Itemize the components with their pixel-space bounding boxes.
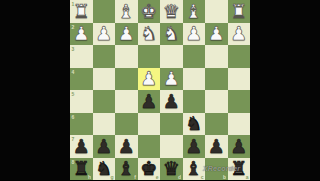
square-h4[interactable]: 4 — [70, 68, 93, 91]
square-c1[interactable]: ♝ — [183, 0, 206, 23]
square-d6[interactable] — [160, 113, 183, 136]
square-e1[interactable]: ♚ — [138, 0, 161, 23]
square-f1[interactable]: ♝ — [115, 0, 138, 23]
black-pawn[interactable]: ♟ — [115, 135, 138, 158]
file-label-d: d — [178, 174, 181, 180]
black-pawn[interactable]: ♟ — [70, 135, 93, 158]
square-a4[interactable] — [228, 68, 251, 91]
black-king[interactable]: ♚ — [138, 158, 161, 181]
square-h3[interactable]: 3 — [70, 45, 93, 68]
black-knight[interactable]: ♞ — [183, 113, 206, 136]
file-label-g: g — [110, 174, 113, 180]
black-rook[interactable]: ♜ — [228, 158, 251, 181]
square-g4[interactable] — [93, 68, 116, 91]
square-h8[interactable]: 8h♜ — [70, 158, 93, 181]
square-b2[interactable]: ♟ — [205, 23, 228, 46]
rank-label-4: 4 — [72, 69, 75, 75]
square-b6[interactable] — [205, 113, 228, 136]
file-label-c: c — [201, 174, 204, 180]
square-g8[interactable]: g♞ — [93, 158, 116, 181]
square-g3[interactable] — [93, 45, 116, 68]
white-pawn[interactable]: ♟ — [205, 23, 228, 46]
square-f5[interactable] — [115, 90, 138, 113]
square-h2[interactable]: 2♟ — [70, 23, 93, 46]
rank-label-8: 8 — [72, 159, 75, 165]
square-g6[interactable] — [93, 113, 116, 136]
file-label-e: e — [156, 174, 159, 180]
square-a2[interactable]: ♟ — [228, 23, 251, 46]
black-pawn[interactable]: ♟ — [138, 90, 161, 113]
square-c5[interactable] — [183, 90, 206, 113]
square-f2[interactable]: ♟ — [115, 23, 138, 46]
square-h1[interactable]: 1♜ — [70, 0, 93, 23]
square-g5[interactable] — [93, 90, 116, 113]
square-e3[interactable] — [138, 45, 161, 68]
square-c7[interactable]: ♟ — [183, 135, 206, 158]
white-pawn[interactable]: ♟ — [115, 23, 138, 46]
square-d2[interactable]: ♞ — [160, 23, 183, 46]
square-b8[interactable]: b — [205, 158, 228, 181]
square-f8[interactable]: f♝ — [115, 158, 138, 181]
square-f6[interactable] — [115, 113, 138, 136]
square-f4[interactable] — [115, 68, 138, 91]
square-h6[interactable]: 6 — [70, 113, 93, 136]
video-frame: 1♜♝♚♛♝♜2♟♟♟♞♞♟♟♟34♟♟5♟♟6♞7♟♟♟♟♟♟8h♜g♞f♝e… — [0, 0, 320, 180]
rank-label-5: 5 — [72, 91, 75, 97]
square-e2[interactable]: ♞ — [138, 23, 161, 46]
white-pawn[interactable]: ♟ — [138, 68, 161, 91]
white-king[interactable]: ♚ — [138, 0, 161, 23]
square-g2[interactable]: ♟ — [93, 23, 116, 46]
black-bishop[interactable]: ♝ — [115, 158, 138, 181]
letterbox-right — [250, 0, 320, 180]
rank-label-3: 3 — [72, 46, 75, 52]
square-c4[interactable] — [183, 68, 206, 91]
white-pawn[interactable]: ♟ — [160, 68, 183, 91]
square-f7[interactable]: ♟ — [115, 135, 138, 158]
black-pawn[interactable]: ♟ — [160, 90, 183, 113]
square-b7[interactable]: ♟ — [205, 135, 228, 158]
square-g7[interactable]: ♟ — [93, 135, 116, 158]
white-bishop[interactable]: ♝ — [115, 0, 138, 23]
square-d8[interactable]: d♛ — [160, 158, 183, 181]
square-c2[interactable]: ♟ — [183, 23, 206, 46]
white-knight[interactable]: ♞ — [160, 23, 183, 46]
square-d5[interactable]: ♟ — [160, 90, 183, 113]
black-pawn[interactable]: ♟ — [228, 135, 251, 158]
black-queen[interactable]: ♛ — [160, 158, 183, 181]
white-bishop[interactable]: ♝ — [183, 0, 206, 23]
square-c6[interactable]: ♞ — [183, 113, 206, 136]
letterbox-left — [0, 0, 70, 180]
black-rook[interactable]: ♜ — [70, 158, 93, 181]
rank-label-6: 6 — [72, 114, 75, 120]
square-e4[interactable]: ♟ — [138, 68, 161, 91]
square-c3[interactable] — [183, 45, 206, 68]
white-pawn[interactable]: ♟ — [93, 23, 116, 46]
square-e5[interactable]: ♟ — [138, 90, 161, 113]
white-knight[interactable]: ♞ — [138, 23, 161, 46]
black-pawn[interactable]: ♟ — [205, 135, 228, 158]
file-label-h: h — [88, 174, 91, 180]
rank-label-2: 2 — [72, 24, 75, 30]
square-e8[interactable]: e♚ — [138, 158, 161, 181]
square-a5[interactable] — [228, 90, 251, 113]
square-a1[interactable]: ♜ — [228, 0, 251, 23]
square-e7[interactable] — [138, 135, 161, 158]
square-e6[interactable] — [138, 113, 161, 136]
black-bishop[interactable]: ♝ — [183, 158, 206, 181]
rank-label-1: 1 — [72, 1, 75, 7]
white-rook[interactable]: ♜ — [228, 0, 251, 23]
chess-board[interactable]: 1♜♝♚♛♝♜2♟♟♟♞♞♟♟♟34♟♟5♟♟6♞7♟♟♟♟♟♟8h♜g♞f♝e… — [70, 0, 250, 180]
white-pawn[interactable]: ♟ — [183, 23, 206, 46]
square-a8[interactable]: a♜ — [228, 158, 251, 181]
square-d7[interactable] — [160, 135, 183, 158]
white-rook[interactable]: ♜ — [70, 0, 93, 23]
square-h5[interactable]: 5 — [70, 90, 93, 113]
square-b1[interactable] — [205, 0, 228, 23]
square-b3[interactable] — [205, 45, 228, 68]
square-f3[interactable] — [115, 45, 138, 68]
square-b5[interactable] — [205, 90, 228, 113]
square-d1[interactable]: ♛ — [160, 0, 183, 23]
white-queen[interactable]: ♛ — [160, 0, 183, 23]
square-a6[interactable] — [228, 113, 251, 136]
square-b4[interactable] — [205, 68, 228, 91]
square-d3[interactable] — [160, 45, 183, 68]
square-g1[interactable] — [93, 0, 116, 23]
black-pawn[interactable]: ♟ — [183, 135, 206, 158]
square-h7[interactable]: 7♟ — [70, 135, 93, 158]
white-pawn[interactable]: ♟ — [228, 23, 251, 46]
square-a7[interactable]: ♟ — [228, 135, 251, 158]
square-a3[interactable] — [228, 45, 251, 68]
rank-label-7: 7 — [72, 136, 75, 142]
square-d4[interactable]: ♟ — [160, 68, 183, 91]
black-pawn[interactable]: ♟ — [93, 135, 116, 158]
black-knight[interactable]: ♞ — [93, 158, 116, 181]
file-label-a: a — [246, 174, 249, 180]
square-c8[interactable]: c♝ — [183, 158, 206, 181]
file-label-f: f — [134, 174, 136, 180]
white-pawn[interactable]: ♟ — [70, 23, 93, 46]
file-label-b: b — [223, 174, 226, 180]
